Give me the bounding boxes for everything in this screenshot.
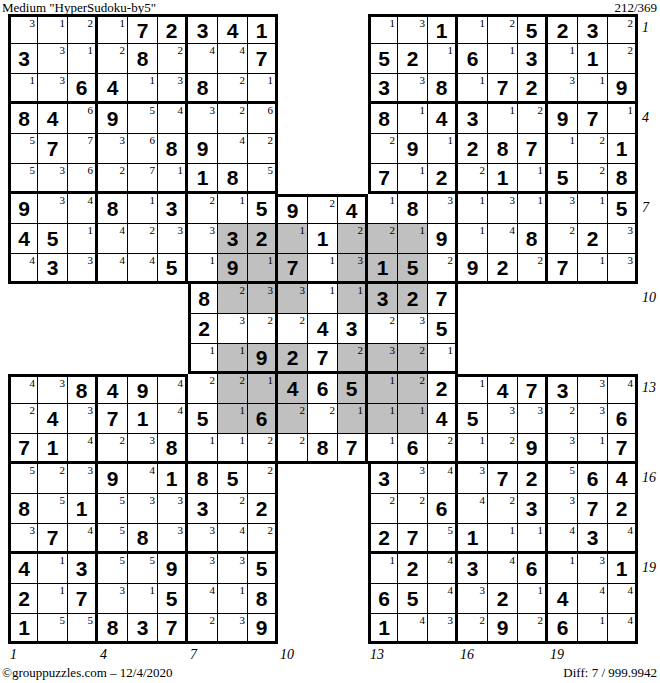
cell-r21c19[interactable]: 6 [548, 614, 578, 644]
cell-r3c9[interactable]: 1 [248, 74, 278, 104]
cell-r21c2[interactable]: 5 [38, 614, 68, 644]
cell-r18c8[interactable]: 4 [218, 524, 248, 554]
cell-r3c5[interactable]: 1 [128, 74, 158, 104]
cell-r14c1[interactable]: 2 [8, 404, 38, 434]
cell-r3c20[interactable]: 1 [578, 74, 608, 104]
cell-r15c4[interactable]: 2 [98, 434, 128, 464]
cell-r14c5[interactable]: 1 [128, 404, 158, 434]
cell-r14c14[interactable]: 1 [398, 404, 428, 434]
cell-r11c14[interactable]: 3 [398, 314, 428, 344]
cell-r1c16[interactable]: 1 [458, 14, 488, 44]
cell-r4c9[interactable]: 6 [248, 104, 278, 134]
cell-r2c1[interactable]: 3 [8, 44, 38, 74]
cell-r6c15[interactable]: 2 [428, 164, 458, 194]
cell-r15c5[interactable]: 3 [128, 434, 158, 464]
cell-r20c9[interactable]: 8 [248, 584, 278, 614]
cell-r13c15[interactable]: 2 [428, 374, 458, 404]
cell-r13c21[interactable]: 4 [608, 374, 638, 404]
cell-r9c14[interactable]: 5 [398, 254, 428, 284]
cell-r9c19[interactable]: 7 [548, 254, 578, 284]
cell-r15c14[interactable]: 6 [398, 434, 428, 464]
cell-r1c8[interactable]: 4 [218, 14, 248, 44]
cell-r11c11[interactable]: 4 [308, 314, 338, 344]
cell-r19c14[interactable]: 2 [398, 554, 428, 584]
cell-r12c8[interactable]: 1 [218, 344, 248, 374]
cell-r6c21[interactable]: 8 [608, 164, 638, 194]
cell-r17c3[interactable]: 1 [68, 494, 98, 524]
cell-r6c18[interactable]: 1 [518, 164, 548, 194]
cell-r9c10[interactable]: 7 [278, 254, 308, 284]
cell-r20c1[interactable]: 2 [8, 584, 38, 614]
cell-r4c20[interactable]: 7 [578, 104, 608, 134]
cell-r14c7[interactable]: 5 [188, 404, 218, 434]
cell-r19c8[interactable]: 3 [218, 554, 248, 584]
cell-r2c15[interactable]: 1 [428, 44, 458, 74]
cell-r3c1[interactable]: 1 [8, 74, 38, 104]
cell-r8c6[interactable]: 3 [158, 224, 188, 254]
cell-r10c13[interactable]: 3 [368, 284, 398, 314]
cell-r15c1[interactable]: 7 [8, 434, 38, 464]
cell-r1c15[interactable]: 1 [428, 14, 458, 44]
cell-r8c20[interactable]: 2 [578, 224, 608, 254]
cell-r15c8[interactable]: 1 [218, 434, 248, 464]
cell-r11c7[interactable]: 2 [188, 314, 218, 344]
cell-r13c2[interactable]: 3 [38, 374, 68, 404]
cell-r9c15[interactable]: 2 [428, 254, 458, 284]
cell-r11c8[interactable]: 3 [218, 314, 248, 344]
cell-r7c7[interactable]: 2 [188, 194, 218, 224]
cell-r20c4[interactable]: 3 [98, 584, 128, 614]
cell-r4c5[interactable]: 5 [128, 104, 158, 134]
cell-r4c18[interactable]: 2 [518, 104, 548, 134]
cell-r15c15[interactable]: 2 [428, 434, 458, 464]
cell-r3c13[interactable]: 3 [368, 74, 398, 104]
cell-r3c6[interactable]: 3 [158, 74, 188, 104]
cell-r19c1[interactable]: 4 [8, 554, 38, 584]
cell-r13c10[interactable]: 4 [278, 374, 308, 404]
cell-r5c20[interactable]: 2 [578, 134, 608, 164]
cell-r15c9[interactable]: 2 [248, 434, 278, 464]
cell-r6c4[interactable]: 2 [98, 164, 128, 194]
cell-r3c21[interactable]: 9 [608, 74, 638, 104]
cell-r3c4[interactable]: 4 [98, 74, 128, 104]
cell-r17c1[interactable]: 8 [8, 494, 38, 524]
cell-r8c16[interactable]: 1 [458, 224, 488, 254]
cell-r7c11[interactable]: 2 [308, 194, 338, 224]
cell-r17c21[interactable]: 2 [608, 494, 638, 524]
cell-r13c4[interactable]: 4 [98, 374, 128, 404]
cell-r19c7[interactable]: 3 [188, 554, 218, 584]
cell-r19c6[interactable]: 9 [158, 554, 188, 584]
cell-r6c6[interactable]: 1 [158, 164, 188, 194]
cell-r19c19[interactable]: 1 [548, 554, 578, 584]
cell-r7c13[interactable]: 1 [368, 194, 398, 224]
cell-r3c2[interactable]: 3 [38, 74, 68, 104]
cell-r5c9[interactable]: 2 [248, 134, 278, 164]
cell-r8c21[interactable]: 3 [608, 224, 638, 254]
cell-r19c4[interactable]: 5 [98, 554, 128, 584]
cell-r20c20[interactable]: 4 [578, 584, 608, 614]
cell-r6c20[interactable]: 2 [578, 164, 608, 194]
cell-r14c11[interactable]: 2 [308, 404, 338, 434]
cell-r1c9[interactable]: 1 [248, 14, 278, 44]
cell-r14c4[interactable]: 7 [98, 404, 128, 434]
cell-r19c16[interactable]: 3 [458, 554, 488, 584]
cell-r8c14[interactable]: 1 [398, 224, 428, 254]
cell-r2c7[interactable]: 4 [188, 44, 218, 74]
cell-r2c5[interactable]: 8 [128, 44, 158, 74]
cell-r5c4[interactable]: 3 [98, 134, 128, 164]
cell-r16c6[interactable]: 1 [158, 464, 188, 494]
cell-r15c19[interactable]: 3 [548, 434, 578, 464]
cell-r21c3[interactable]: 5 [68, 614, 98, 644]
cell-r7c17[interactable]: 3 [488, 194, 518, 224]
cell-r4c6[interactable]: 4 [158, 104, 188, 134]
cell-r9c5[interactable]: 4 [128, 254, 158, 284]
cell-r17c5[interactable]: 3 [128, 494, 158, 524]
cell-r9c20[interactable]: 1 [578, 254, 608, 284]
cell-r13c7[interactable]: 2 [188, 374, 218, 404]
cell-r12c11[interactable]: 7 [308, 344, 338, 374]
cell-r14c15[interactable]: 4 [428, 404, 458, 434]
cell-r12c7[interactable]: 1 [188, 344, 218, 374]
cell-r10c14[interactable]: 2 [398, 284, 428, 314]
cell-r3c3[interactable]: 6 [68, 74, 98, 104]
cell-r13c5[interactable]: 9 [128, 374, 158, 404]
cell-r19c9[interactable]: 5 [248, 554, 278, 584]
cell-r16c2[interactable]: 2 [38, 464, 68, 494]
cell-r15c7[interactable]: 1 [188, 434, 218, 464]
cell-r18c2[interactable]: 7 [38, 524, 68, 554]
cell-r4c21[interactable]: 1 [608, 104, 638, 134]
cell-r15c2[interactable]: 1 [38, 434, 68, 464]
cell-r4c4[interactable]: 9 [98, 104, 128, 134]
cell-r13c16[interactable]: 1 [458, 374, 488, 404]
cell-r4c7[interactable]: 3 [188, 104, 218, 134]
cell-r17c15[interactable]: 6 [428, 494, 458, 524]
cell-r7c2[interactable]: 3 [38, 194, 68, 224]
cell-r7c8[interactable]: 1 [218, 194, 248, 224]
cell-r3c14[interactable]: 3 [398, 74, 428, 104]
cell-r20c21[interactable]: 4 [608, 584, 638, 614]
cell-r3c15[interactable]: 8 [428, 74, 458, 104]
cell-r1c5[interactable]: 7 [128, 14, 158, 44]
cell-r13c9[interactable]: 1 [248, 374, 278, 404]
cell-r3c17[interactable]: 7 [488, 74, 518, 104]
cell-r5c8[interactable]: 4 [218, 134, 248, 164]
cell-r13c18[interactable]: 7 [518, 374, 548, 404]
cell-r2c17[interactable]: 1 [488, 44, 518, 74]
cell-r13c13[interactable]: 1 [368, 374, 398, 404]
cell-r19c18[interactable]: 6 [518, 554, 548, 584]
cell-r14c3[interactable]: 3 [68, 404, 98, 434]
cell-r6c3[interactable]: 6 [68, 164, 98, 194]
cell-r2c19[interactable]: 1 [548, 44, 578, 74]
cell-r5c3[interactable]: 7 [68, 134, 98, 164]
cell-r21c14[interactable]: 4 [398, 614, 428, 644]
cell-r17c18[interactable]: 3 [518, 494, 548, 524]
cell-r6c17[interactable]: 1 [488, 164, 518, 194]
cell-r6c19[interactable]: 5 [548, 164, 578, 194]
cell-r17c7[interactable]: 3 [188, 494, 218, 524]
cell-r20c18[interactable]: 1 [518, 584, 548, 614]
cell-r17c6[interactable]: 3 [158, 494, 188, 524]
cell-r7c6[interactable]: 3 [158, 194, 188, 224]
cell-r21c5[interactable]: 3 [128, 614, 158, 644]
cell-r15c10[interactable]: 2 [278, 434, 308, 464]
cell-r20c6[interactable]: 5 [158, 584, 188, 614]
cell-r14c6[interactable]: 4 [158, 404, 188, 434]
cell-r8c18[interactable]: 8 [518, 224, 548, 254]
cell-r16c9[interactable]: 2 [248, 464, 278, 494]
cell-r6c9[interactable]: 5 [248, 164, 278, 194]
cell-r20c13[interactable]: 6 [368, 584, 398, 614]
cell-r18c14[interactable]: 7 [398, 524, 428, 554]
cell-r7c5[interactable]: 1 [128, 194, 158, 224]
cell-r18c19[interactable]: 4 [548, 524, 578, 554]
cell-r16c17[interactable]: 7 [488, 464, 518, 494]
cell-r4c19[interactable]: 9 [548, 104, 578, 134]
cell-r7c21[interactable]: 5 [608, 194, 638, 224]
cell-r20c8[interactable]: 1 [218, 584, 248, 614]
cell-r5c16[interactable]: 2 [458, 134, 488, 164]
cell-r1c7[interactable]: 3 [188, 14, 218, 44]
cell-r16c15[interactable]: 4 [428, 464, 458, 494]
cell-r20c15[interactable]: 4 [428, 584, 458, 614]
cell-r21c6[interactable]: 7 [158, 614, 188, 644]
cell-r10c12[interactable]: 1 [338, 284, 368, 314]
cell-r20c19[interactable]: 4 [548, 584, 578, 614]
cell-r19c17[interactable]: 4 [488, 554, 518, 584]
cell-r20c7[interactable]: 4 [188, 584, 218, 614]
cell-r9c4[interactable]: 4 [98, 254, 128, 284]
cell-r1c13[interactable]: 1 [368, 14, 398, 44]
cell-r7c18[interactable]: 1 [518, 194, 548, 224]
cell-r14c10[interactable]: 2 [278, 404, 308, 434]
cell-r7c20[interactable]: 1 [578, 194, 608, 224]
cell-r17c9[interactable]: 2 [248, 494, 278, 524]
cell-r4c14[interactable]: 1 [398, 104, 428, 134]
cell-r8c3[interactable]: 1 [68, 224, 98, 254]
cell-r5c15[interactable]: 1 [428, 134, 458, 164]
cell-r4c1[interactable]: 8 [8, 104, 38, 134]
cell-r2c8[interactable]: 4 [218, 44, 248, 74]
cell-r18c4[interactable]: 5 [98, 524, 128, 554]
cell-r21c18[interactable]: 2 [518, 614, 548, 644]
cell-r6c16[interactable]: 2 [458, 164, 488, 194]
cell-r13c19[interactable]: 3 [548, 374, 578, 404]
cell-r16c1[interactable]: 5 [8, 464, 38, 494]
cell-r13c14[interactable]: 2 [398, 374, 428, 404]
cell-r5c18[interactable]: 7 [518, 134, 548, 164]
cell-r8c11[interactable]: 1 [308, 224, 338, 254]
cell-r5c6[interactable]: 8 [158, 134, 188, 164]
cell-r20c16[interactable]: 3 [458, 584, 488, 614]
cell-r13c3[interactable]: 8 [68, 374, 98, 404]
cell-r15c6[interactable]: 8 [158, 434, 188, 464]
cell-r5c21[interactable]: 1 [608, 134, 638, 164]
cell-r14c16[interactable]: 5 [458, 404, 488, 434]
cell-r8c17[interactable]: 4 [488, 224, 518, 254]
cell-r5c5[interactable]: 6 [128, 134, 158, 164]
cell-r1c21[interactable]: 2 [608, 14, 638, 44]
cell-r6c7[interactable]: 1 [188, 164, 218, 194]
cell-r17c17[interactable]: 2 [488, 494, 518, 524]
cell-r2c20[interactable]: 1 [578, 44, 608, 74]
cell-r13c11[interactable]: 6 [308, 374, 338, 404]
cell-r15c11[interactable]: 8 [308, 434, 338, 464]
cell-r8c12[interactable]: 2 [338, 224, 368, 254]
cell-r14c8[interactable]: 1 [218, 404, 248, 434]
cell-r7c4[interactable]: 8 [98, 194, 128, 224]
cell-r6c8[interactable]: 8 [218, 164, 248, 194]
cell-r20c17[interactable]: 2 [488, 584, 518, 614]
cell-r8c1[interactable]: 4 [8, 224, 38, 254]
cell-r8c5[interactable]: 2 [128, 224, 158, 254]
cell-r8c9[interactable]: 2 [248, 224, 278, 254]
cell-r9c13[interactable]: 1 [368, 254, 398, 284]
cell-r15c21[interactable]: 7 [608, 434, 638, 464]
cell-r18c3[interactable]: 4 [68, 524, 98, 554]
cell-r13c12[interactable]: 5 [338, 374, 368, 404]
cell-r2c18[interactable]: 3 [518, 44, 548, 74]
cell-r18c7[interactable]: 3 [188, 524, 218, 554]
cell-r9c9[interactable]: 1 [248, 254, 278, 284]
cell-r6c2[interactable]: 3 [38, 164, 68, 194]
cell-r7c14[interactable]: 8 [398, 194, 428, 224]
cell-r1c17[interactable]: 2 [488, 14, 518, 44]
cell-r5c13[interactable]: 2 [368, 134, 398, 164]
cell-r18c9[interactable]: 2 [248, 524, 278, 554]
cell-r19c5[interactable]: 5 [128, 554, 158, 584]
cell-r3c7[interactable]: 8 [188, 74, 218, 104]
cell-r6c13[interactable]: 7 [368, 164, 398, 194]
cell-r4c8[interactable]: 2 [218, 104, 248, 134]
cell-r3c18[interactable]: 2 [518, 74, 548, 104]
cell-r13c1[interactable]: 4 [8, 374, 38, 404]
cell-r21c13[interactable]: 1 [368, 614, 398, 644]
cell-r3c8[interactable]: 2 [218, 74, 248, 104]
cell-r3c16[interactable]: 1 [458, 74, 488, 104]
cell-r17c19[interactable]: 3 [548, 494, 578, 524]
cell-r8c4[interactable]: 4 [98, 224, 128, 254]
cell-r11c12[interactable]: 3 [338, 314, 368, 344]
cell-r15c16[interactable]: 1 [458, 434, 488, 464]
cell-r2c14[interactable]: 2 [398, 44, 428, 74]
cell-r14c9[interactable]: 6 [248, 404, 278, 434]
cell-r21c8[interactable]: 3 [218, 614, 248, 644]
cell-r16c8[interactable]: 5 [218, 464, 248, 494]
cell-r18c17[interactable]: 1 [488, 524, 518, 554]
cell-r9c3[interactable]: 3 [68, 254, 98, 284]
cell-r7c9[interactable]: 5 [248, 194, 278, 224]
cell-r7c10[interactable]: 9 [278, 194, 308, 224]
cell-r12c10[interactable]: 2 [278, 344, 308, 374]
cell-r20c3[interactable]: 7 [68, 584, 98, 614]
cell-r1c4[interactable]: 1 [98, 14, 128, 44]
cell-r17c4[interactable]: 5 [98, 494, 128, 524]
cell-r5c2[interactable]: 7 [38, 134, 68, 164]
cell-r2c6[interactable]: 2 [158, 44, 188, 74]
cell-r21c1[interactable]: 1 [8, 614, 38, 644]
cell-r6c5[interactable]: 7 [128, 164, 158, 194]
cell-r8c2[interactable]: 5 [38, 224, 68, 254]
cell-r9c17[interactable]: 2 [488, 254, 518, 284]
cell-r7c19[interactable]: 3 [548, 194, 578, 224]
cell-r9c16[interactable]: 9 [458, 254, 488, 284]
cell-r15c18[interactable]: 9 [518, 434, 548, 464]
cell-r21c17[interactable]: 9 [488, 614, 518, 644]
cell-r21c7[interactable]: 2 [188, 614, 218, 644]
cell-r16c18[interactable]: 2 [518, 464, 548, 494]
cell-r2c16[interactable]: 6 [458, 44, 488, 74]
cell-r12c13[interactable]: 3 [368, 344, 398, 374]
cell-r16c5[interactable]: 4 [128, 464, 158, 494]
cell-r12c15[interactable]: 1 [428, 344, 458, 374]
cell-r1c3[interactable]: 2 [68, 14, 98, 44]
cell-r8c15[interactable]: 9 [428, 224, 458, 254]
cell-r18c16[interactable]: 1 [458, 524, 488, 554]
cell-r9c21[interactable]: 3 [608, 254, 638, 284]
cell-r10c8[interactable]: 2 [218, 284, 248, 314]
cell-r19c15[interactable]: 4 [428, 554, 458, 584]
cell-r7c1[interactable]: 9 [8, 194, 38, 224]
cell-r1c19[interactable]: 2 [548, 14, 578, 44]
cell-r16c21[interactable]: 4 [608, 464, 638, 494]
cell-r19c20[interactable]: 3 [578, 554, 608, 584]
cell-r13c20[interactable]: 3 [578, 374, 608, 404]
cell-r16c13[interactable]: 3 [368, 464, 398, 494]
cell-r18c6[interactable]: 3 [158, 524, 188, 554]
cell-r12c14[interactable]: 2 [398, 344, 428, 374]
cell-r9c2[interactable]: 3 [38, 254, 68, 284]
cell-r11c13[interactable]: 2 [368, 314, 398, 344]
cell-r16c4[interactable]: 9 [98, 464, 128, 494]
cell-r21c15[interactable]: 3 [428, 614, 458, 644]
cell-r17c16[interactable]: 4 [458, 494, 488, 524]
cell-r6c14[interactable]: 1 [398, 164, 428, 194]
cell-r14c12[interactable]: 1 [338, 404, 368, 434]
cell-r8c19[interactable]: 2 [548, 224, 578, 254]
cell-r16c20[interactable]: 6 [578, 464, 608, 494]
cell-r16c7[interactable]: 8 [188, 464, 218, 494]
cell-r9c12[interactable]: 3 [338, 254, 368, 284]
cell-r16c19[interactable]: 5 [548, 464, 578, 494]
cell-r4c13[interactable]: 8 [368, 104, 398, 134]
cell-r2c9[interactable]: 7 [248, 44, 278, 74]
cell-r19c13[interactable]: 1 [368, 554, 398, 584]
cell-r9c1[interactable]: 4 [8, 254, 38, 284]
cell-r2c3[interactable]: 1 [68, 44, 98, 74]
cell-r16c3[interactable]: 3 [68, 464, 98, 494]
cell-r21c21[interactable]: 4 [608, 614, 638, 644]
cell-r12c12[interactable]: 2 [338, 344, 368, 374]
cell-r10c9[interactable]: 3 [248, 284, 278, 314]
cell-r18c13[interactable]: 2 [368, 524, 398, 554]
cell-r12c9[interactable]: 9 [248, 344, 278, 374]
cell-r14c19[interactable]: 2 [548, 404, 578, 434]
cell-r14c20[interactable]: 3 [578, 404, 608, 434]
cell-r18c5[interactable]: 8 [128, 524, 158, 554]
cell-r5c19[interactable]: 1 [548, 134, 578, 164]
cell-r13c17[interactable]: 4 [488, 374, 518, 404]
cell-r15c20[interactable]: 1 [578, 434, 608, 464]
cell-r9c11[interactable]: 1 [308, 254, 338, 284]
cell-r14c17[interactable]: 3 [488, 404, 518, 434]
cell-r8c8[interactable]: 3 [218, 224, 248, 254]
cell-r14c13[interactable]: 1 [368, 404, 398, 434]
cell-r16c16[interactable]: 3 [458, 464, 488, 494]
